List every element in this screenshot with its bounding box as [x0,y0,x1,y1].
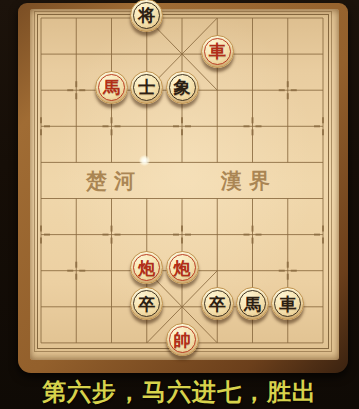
piece-glyph: 卒 [138,296,155,313]
board-cell: 将 [129,0,164,36]
piece-red-general[interactable]: 帥 [166,323,199,356]
board-cell: 帥 [164,325,199,361]
piece-glyph: 車 [279,296,296,313]
piece-glyph: 卒 [209,296,226,313]
piece-glyph: 炮 [138,260,155,277]
board-cell: 炮 [129,253,164,289]
piece-red-cannon[interactable]: 炮 [130,251,163,284]
piece-glyph: 車 [209,43,226,60]
piece-black-advisor[interactable]: 士 [130,71,163,104]
piece-glyph: 炮 [174,260,191,277]
board-cell: 馬 [94,72,129,108]
board-cell: 馬 [235,289,270,325]
board-cell: 士 [129,72,164,108]
piece-glyph: 象 [174,79,191,96]
board-cell: 象 [164,72,199,108]
move-caption: 第六步，马六进七，胜出 [0,374,359,409]
app-screen: 楚河 漢界 将車馬士象炮炮卒卒馬車帥 第六步，马六进七，胜出 [0,0,359,409]
piece-red-cannon[interactable]: 炮 [166,251,199,284]
piece-red-chariot[interactable]: 車 [201,35,234,68]
board-cell: 車 [200,36,235,72]
piece-glyph: 士 [138,79,155,96]
board-cell: 卒 [129,289,164,325]
piece-glyph: 将 [138,7,155,24]
piece-black-general[interactable]: 将 [130,0,163,32]
board-cell: 卒 [200,289,235,325]
piece-black-soldier[interactable]: 卒 [130,287,163,320]
piece-glyph: 帥 [174,332,191,349]
piece-black-elephant[interactable]: 象 [166,71,199,104]
board-cell: 車 [270,289,305,325]
piece-red-horse[interactable]: 馬 [95,71,128,104]
board-cell: 炮 [164,253,199,289]
piece-glyph: 馬 [103,79,120,96]
xiangqi-board-grid: 将車馬士象炮炮卒卒馬車帥 [23,0,340,361]
piece-glyph: 馬 [244,296,261,313]
piece-black-soldier[interactable]: 卒 [201,287,234,320]
piece-black-chariot[interactable]: 車 [271,287,304,320]
piece-black-horse[interactable]: 馬 [236,287,269,320]
